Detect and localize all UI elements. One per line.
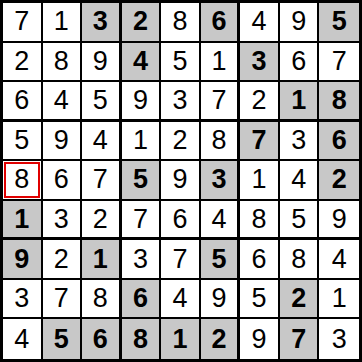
cell-r3c8[interactable]: 1	[280, 82, 320, 122]
cell-r3c3[interactable]: 5	[82, 82, 122, 122]
cell-r1c6[interactable]: 6	[201, 3, 241, 43]
cell-r4c9[interactable]: 6	[319, 122, 359, 162]
cell-r2c1[interactable]: 2	[3, 43, 43, 83]
cell-r5c8[interactable]: 4	[280, 161, 320, 201]
cell-r6c6[interactable]: 4	[201, 201, 241, 241]
cell-r9c9[interactable]: 3	[319, 319, 359, 359]
cell-r8c8[interactable]: 2	[280, 280, 320, 320]
cell-r8c4[interactable]: 6	[122, 280, 162, 320]
cell-r7c7[interactable]: 6	[240, 240, 280, 280]
cell-r5c2[interactable]: 6	[43, 161, 83, 201]
cell-r3c2[interactable]: 4	[43, 82, 83, 122]
cell-r7c5[interactable]: 7	[161, 240, 201, 280]
cell-r4c8[interactable]: 3	[280, 122, 320, 162]
cell-r2c5[interactable]: 5	[161, 43, 201, 83]
cell-r9c4[interactable]: 8	[122, 319, 162, 359]
cell-r7c9[interactable]: 4	[319, 240, 359, 280]
cell-r3c1[interactable]: 6	[3, 82, 43, 122]
cell-r9c5[interactable]: 1	[161, 319, 201, 359]
cell-r5c4[interactable]: 5	[122, 161, 162, 201]
cell-r4c5[interactable]: 2	[161, 122, 201, 162]
cell-r9c3[interactable]: 6	[82, 319, 122, 359]
cell-r7c1[interactable]: 9	[3, 240, 43, 280]
cell-r9c7[interactable]: 9	[240, 319, 280, 359]
cell-r7c4[interactable]: 3	[122, 240, 162, 280]
cell-r2c6[interactable]: 1	[201, 43, 241, 83]
sudoku-board: 7132864952894513676459372185941287368675…	[0, 0, 362, 362]
cell-r3c6[interactable]: 7	[201, 82, 241, 122]
cell-r6c8[interactable]: 5	[280, 201, 320, 241]
cell-r9c2[interactable]: 5	[43, 319, 83, 359]
cell-r5c5[interactable]: 9	[161, 161, 201, 201]
cell-r4c4[interactable]: 1	[122, 122, 162, 162]
cell-r4c1[interactable]: 5	[3, 122, 43, 162]
cell-r3c9[interactable]: 8	[319, 82, 359, 122]
cell-r6c1[interactable]: 1	[3, 201, 43, 241]
cell-r5c6[interactable]: 3	[201, 161, 241, 201]
cell-r6c4[interactable]: 7	[122, 201, 162, 241]
cell-r8c3[interactable]: 8	[82, 280, 122, 320]
cell-r7c6[interactable]: 5	[201, 240, 241, 280]
cell-r8c7[interactable]: 5	[240, 280, 280, 320]
cell-r3c5[interactable]: 3	[161, 82, 201, 122]
cell-r8c9[interactable]: 1	[319, 280, 359, 320]
cell-r1c4[interactable]: 2	[122, 3, 162, 43]
cell-r5c3[interactable]: 7	[82, 161, 122, 201]
cell-r2c9[interactable]: 7	[319, 43, 359, 83]
cell-r1c2[interactable]: 1	[43, 3, 83, 43]
cell-r2c2[interactable]: 8	[43, 43, 83, 83]
cell-r1c3[interactable]: 3	[82, 3, 122, 43]
cell-r5c1[interactable]: 8	[3, 161, 43, 201]
cell-r9c1[interactable]: 4	[3, 319, 43, 359]
cell-r8c5[interactable]: 4	[161, 280, 201, 320]
cell-r7c3[interactable]: 1	[82, 240, 122, 280]
cell-r5c7[interactable]: 1	[240, 161, 280, 201]
cell-r1c9[interactable]: 5	[319, 3, 359, 43]
cell-r2c3[interactable]: 9	[82, 43, 122, 83]
cell-r6c3[interactable]: 2	[82, 201, 122, 241]
cell-r2c4[interactable]: 4	[122, 43, 162, 83]
cell-r6c9[interactable]: 9	[319, 201, 359, 241]
cell-r4c2[interactable]: 9	[43, 122, 83, 162]
cell-r2c7[interactable]: 3	[240, 43, 280, 83]
cell-r7c2[interactable]: 2	[43, 240, 83, 280]
cell-r9c6[interactable]: 2	[201, 319, 241, 359]
cell-r6c5[interactable]: 6	[161, 201, 201, 241]
cell-r6c2[interactable]: 3	[43, 201, 83, 241]
cell-r8c6[interactable]: 9	[201, 280, 241, 320]
cell-r6c7[interactable]: 8	[240, 201, 280, 241]
cell-r9c8[interactable]: 7	[280, 319, 320, 359]
cell-r5c9[interactable]: 2	[319, 161, 359, 201]
cell-r3c4[interactable]: 9	[122, 82, 162, 122]
cell-r1c7[interactable]: 4	[240, 3, 280, 43]
cell-r1c1[interactable]: 7	[3, 3, 43, 43]
cell-r4c3[interactable]: 4	[82, 122, 122, 162]
cell-r4c7[interactable]: 7	[240, 122, 280, 162]
cell-r4c6[interactable]: 8	[201, 122, 241, 162]
cell-r8c2[interactable]: 7	[43, 280, 83, 320]
cell-r7c8[interactable]: 8	[280, 240, 320, 280]
cell-r3c7[interactable]: 2	[240, 82, 280, 122]
cell-r1c5[interactable]: 8	[161, 3, 201, 43]
cell-r1c8[interactable]: 9	[280, 3, 320, 43]
cell-r8c1[interactable]: 3	[3, 280, 43, 320]
cell-r2c8[interactable]: 6	[280, 43, 320, 83]
